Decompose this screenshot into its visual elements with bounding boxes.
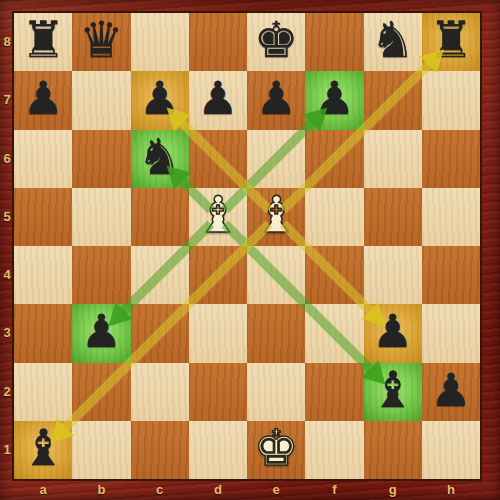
square-f2[interactable] [305,363,363,421]
square-a1[interactable]: ♝ [14,421,72,479]
square-b1[interactable] [72,421,130,479]
piece-black-rook-a8: ♜ [21,15,66,65]
square-c8[interactable] [131,13,189,71]
square-a7[interactable]: ♟ [14,71,72,129]
piece-black-bishop-a1: ♝ [21,423,66,473]
square-b3[interactable]: ♟ [72,304,130,362]
rank-label-1: 1 [0,442,14,458]
square-h6[interactable] [422,130,480,188]
rank-label-2: 2 [0,384,14,400]
square-g5[interactable] [364,188,422,246]
file-label-h: h [441,479,461,500]
square-d2[interactable] [189,363,247,421]
square-b4[interactable] [72,246,130,304]
piece-black-knight-g8: ♞ [370,15,415,65]
piece-black-queen-b8: ♛ [79,15,124,65]
rank-label-4: 4 [0,267,14,283]
piece-black-rook-h8: ♜ [428,15,473,65]
square-f6[interactable] [305,130,363,188]
square-b7[interactable] [72,71,130,129]
piece-black-pawn-d7: ♟ [197,75,238,121]
square-e7[interactable]: ♟ [247,71,305,129]
square-e6[interactable] [247,130,305,188]
board-frame: ♜♛♚♞♜♟♟♟♟♟♞♝♝♟♟♝♟♝♚ 12345678abcdefgh [0,0,500,500]
piece-black-king-e8: ♚ [254,15,299,65]
file-label-e: e [266,479,286,500]
piece-black-pawn-b3: ♟ [81,308,122,354]
rank-label-7: 7 [0,92,14,108]
square-b8[interactable]: ♛ [72,13,130,71]
rank-label-6: 6 [0,151,14,167]
piece-black-pawn-h2: ♟ [430,367,471,413]
file-label-a: a [33,479,53,500]
square-h2[interactable]: ♟ [422,363,480,421]
square-a3[interactable] [14,304,72,362]
rank-label-5: 5 [0,209,14,225]
square-e5[interactable]: ♝ [247,188,305,246]
square-g7[interactable] [364,71,422,129]
square-d8[interactable] [189,13,247,71]
piece-black-pawn-f7: ♟ [314,75,355,121]
square-c7[interactable]: ♟ [131,71,189,129]
square-c6[interactable]: ♞ [131,130,189,188]
square-c4[interactable] [131,246,189,304]
piece-black-bishop-g2: ♝ [370,365,415,415]
square-c1[interactable] [131,421,189,479]
piece-black-pawn-g3: ♟ [372,308,413,354]
square-d4[interactable] [189,246,247,304]
square-e4[interactable] [247,246,305,304]
square-a8[interactable]: ♜ [14,13,72,71]
square-d3[interactable] [189,304,247,362]
square-e2[interactable] [247,363,305,421]
square-f8[interactable] [305,13,363,71]
square-e1[interactable]: ♚ [247,421,305,479]
square-b5[interactable] [72,188,130,246]
rank-label-3: 3 [0,325,14,341]
piece-white-bishop-e5: ♝ [254,190,299,240]
square-h8[interactable]: ♜ [422,13,480,71]
square-e8[interactable]: ♚ [247,13,305,71]
file-label-b: b [91,479,111,500]
square-d6[interactable] [189,130,247,188]
square-g6[interactable] [364,130,422,188]
square-g8[interactable]: ♞ [364,13,422,71]
piece-black-pawn-c7: ♟ [139,75,180,121]
square-f4[interactable] [305,246,363,304]
file-label-c: c [150,479,170,500]
piece-white-bishop-d5: ♝ [195,190,240,240]
square-f7[interactable]: ♟ [305,71,363,129]
square-h3[interactable] [422,304,480,362]
piece-black-pawn-a7: ♟ [23,75,64,121]
square-g4[interactable] [364,246,422,304]
square-h4[interactable] [422,246,480,304]
square-b2[interactable] [72,363,130,421]
square-a6[interactable] [14,130,72,188]
square-h1[interactable] [422,421,480,479]
square-d7[interactable]: ♟ [189,71,247,129]
square-f5[interactable] [305,188,363,246]
chess-board: ♜♛♚♞♜♟♟♟♟♟♞♝♝♟♟♝♟♝♚ [14,13,480,479]
square-d5[interactable]: ♝ [189,188,247,246]
file-label-f: f [324,479,344,500]
square-c3[interactable] [131,304,189,362]
piece-black-knight-c6: ♞ [137,132,182,182]
square-g3[interactable]: ♟ [364,304,422,362]
square-f3[interactable] [305,304,363,362]
square-g2[interactable]: ♝ [364,363,422,421]
piece-black-pawn-e7: ♟ [256,75,297,121]
square-e3[interactable] [247,304,305,362]
square-a4[interactable] [14,246,72,304]
square-b6[interactable] [72,130,130,188]
square-a2[interactable] [14,363,72,421]
square-h5[interactable] [422,188,480,246]
rank-label-8: 8 [0,34,14,50]
file-label-d: d [208,479,228,500]
square-c2[interactable] [131,363,189,421]
square-h7[interactable] [422,71,480,129]
piece-white-king-e1: ♚ [254,423,299,473]
square-f1[interactable] [305,421,363,479]
square-a5[interactable] [14,188,72,246]
file-label-g: g [383,479,403,500]
square-c5[interactable] [131,188,189,246]
square-g1[interactable] [364,421,422,479]
square-d1[interactable] [189,421,247,479]
